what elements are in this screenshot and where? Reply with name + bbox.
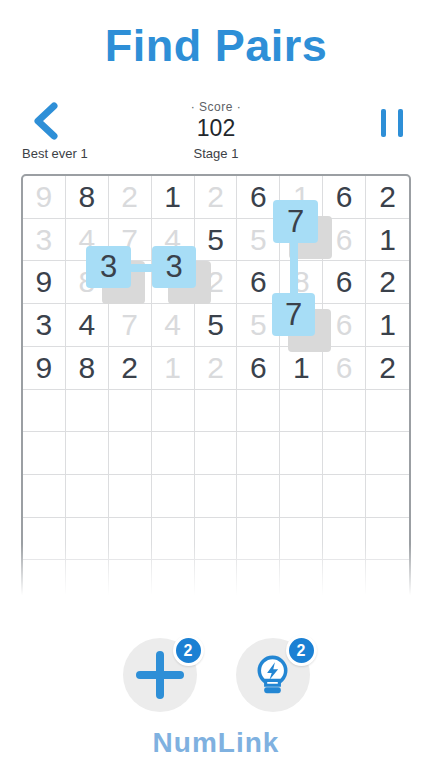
- cell-number: 4: [78, 310, 95, 340]
- cell-number: 5: [207, 225, 224, 255]
- cell-r9c5[interactable]: [195, 518, 238, 561]
- cell-r8c6[interactable]: [237, 475, 280, 518]
- selected-tile-r3c4[interactable]: 3: [152, 246, 196, 288]
- cell-number: 6: [336, 267, 353, 297]
- cell-r9c1[interactable]: [23, 518, 66, 561]
- cell-r8c3[interactable]: [109, 475, 152, 518]
- cell-r7c6[interactable]: [237, 432, 280, 475]
- stage-label: Stage 1: [0, 146, 432, 161]
- cell-r8c7[interactable]: [280, 475, 323, 518]
- cell-number: 2: [121, 182, 138, 212]
- cell-r9c6[interactable]: [237, 518, 280, 561]
- cell-r5c4[interactable]: 1: [152, 347, 195, 390]
- cell-r6c5[interactable]: [195, 390, 238, 433]
- cell-r9c3[interactable]: [109, 518, 152, 561]
- cell-number: 5: [207, 310, 224, 340]
- add-numbers-button[interactable]: 2: [123, 638, 197, 712]
- selected-tile-r3c3[interactable]: 3: [86, 246, 131, 288]
- score-label: · Score ·: [0, 100, 432, 114]
- cell-r10c7[interactable]: [280, 560, 323, 603]
- cell-number: 6: [250, 267, 267, 297]
- tile-number: 7: [285, 297, 302, 333]
- cell-r6c4[interactable]: [152, 390, 195, 433]
- app-screen: Find Pairs · Score · 102 Best ever 1 Sta…: [0, 0, 432, 768]
- cell-r6c8[interactable]: [323, 390, 366, 433]
- cell-r2c1[interactable]: 3: [23, 219, 66, 262]
- numlink-logo: NumLink: [0, 727, 432, 759]
- cell-r6c6[interactable]: [237, 390, 280, 433]
- cell-number: 2: [121, 353, 138, 383]
- cell-r5c7[interactable]: 1: [280, 347, 323, 390]
- cell-r7c8[interactable]: [323, 432, 366, 475]
- cell-r10c5[interactable]: [195, 560, 238, 603]
- cell-r9c9[interactable]: [366, 518, 409, 561]
- cell-r2c5[interactable]: 5: [195, 219, 238, 262]
- cell-number: 6: [336, 353, 353, 383]
- cell-r4c3[interactable]: 7: [109, 304, 152, 347]
- tile-number: 3: [100, 249, 117, 285]
- cell-number: 3: [36, 310, 53, 340]
- cell-r1c3[interactable]: 2: [109, 176, 152, 219]
- cell-r7c5[interactable]: [195, 432, 238, 475]
- cell-r6c2[interactable]: [66, 390, 109, 433]
- cell-r5c3[interactable]: 2: [109, 347, 152, 390]
- cell-r7c4[interactable]: [152, 432, 195, 475]
- cell-r5c2[interactable]: 8: [66, 347, 109, 390]
- cell-r1c2[interactable]: 8: [66, 176, 109, 219]
- cell-number: 6: [336, 310, 353, 340]
- cell-number: 6: [336, 182, 353, 212]
- cell-r3c9[interactable]: 2: [366, 261, 409, 304]
- cell-r5c5[interactable]: 2: [195, 347, 238, 390]
- cell-number: 9: [36, 353, 53, 383]
- cell-number: 2: [379, 267, 396, 297]
- score-value: 102: [0, 115, 432, 142]
- cell-r10c9[interactable]: [366, 560, 409, 603]
- pause-bar-icon: [381, 109, 386, 137]
- cell-r9c8[interactable]: [323, 518, 366, 561]
- cell-number: 7: [121, 310, 138, 340]
- cell-r8c5[interactable]: [195, 475, 238, 518]
- cell-number: 5: [250, 225, 267, 255]
- cell-r2c9[interactable]: 1: [366, 219, 409, 262]
- cell-r3c1[interactable]: 9: [23, 261, 66, 304]
- cell-r10c6[interactable]: [237, 560, 280, 603]
- cell-number: 1: [379, 310, 396, 340]
- cell-r3c8[interactable]: 6: [323, 261, 366, 304]
- cell-r5c6[interactable]: 6: [237, 347, 280, 390]
- hint-button[interactable]: 2: [236, 638, 310, 712]
- cell-r5c9[interactable]: 2: [366, 347, 409, 390]
- cell-number: 2: [207, 182, 224, 212]
- cell-r1c4[interactable]: 1: [152, 176, 195, 219]
- selected-tile-r4c7[interactable]: 7: [272, 293, 315, 336]
- cell-r1c8[interactable]: 6: [323, 176, 366, 219]
- cell-r7c2[interactable]: [66, 432, 109, 475]
- cell-r4c4[interactable]: 4: [152, 304, 195, 347]
- cell-r9c4[interactable]: [152, 518, 195, 561]
- cell-r5c8[interactable]: 6: [323, 347, 366, 390]
- cell-r6c1[interactable]: [23, 390, 66, 433]
- cell-number: 2: [379, 182, 396, 212]
- cell-r10c2[interactable]: [66, 560, 109, 603]
- cell-number: 9: [36, 182, 53, 212]
- cell-number: 6: [336, 225, 353, 255]
- cell-r8c8[interactable]: [323, 475, 366, 518]
- cell-r10c1[interactable]: [23, 560, 66, 603]
- cell-r10c8[interactable]: [323, 560, 366, 603]
- cell-r6c7[interactable]: [280, 390, 323, 433]
- cell-r8c2[interactable]: [66, 475, 109, 518]
- cell-r9c2[interactable]: [66, 518, 109, 561]
- cell-r6c3[interactable]: [109, 390, 152, 433]
- cell-r10c3[interactable]: [109, 560, 152, 603]
- cell-r7c3[interactable]: [109, 432, 152, 475]
- cell-r6c9[interactable]: [366, 390, 409, 433]
- cell-r4c5[interactable]: 5: [195, 304, 238, 347]
- cell-number: 1: [379, 225, 396, 255]
- hint-count-badge: 2: [286, 635, 317, 666]
- cell-r10c4[interactable]: [152, 560, 195, 603]
- score-display: · Score · 102: [0, 100, 432, 142]
- cell-number: 1: [164, 182, 181, 212]
- tile-number: 3: [165, 249, 182, 285]
- cell-number: 6: [250, 182, 267, 212]
- page-title: Find Pairs: [0, 20, 432, 72]
- cell-r1c5[interactable]: 2: [195, 176, 238, 219]
- board: 9821261623474556198268623474556198212616…: [21, 174, 411, 605]
- cell-r8c4[interactable]: [152, 475, 195, 518]
- cell-number: 4: [164, 310, 181, 340]
- cell-number: 6: [250, 353, 267, 383]
- cell-number: 8: [78, 182, 95, 212]
- top-bar: · Score · 102: [0, 100, 432, 146]
- cell-r8c1[interactable]: [23, 475, 66, 518]
- add-count-badge: 2: [173, 635, 204, 666]
- board-grid: 9821261623474556198268623474556198212616…: [21, 174, 411, 605]
- cell-r4c1[interactable]: 3: [23, 304, 66, 347]
- pause-bar-icon: [398, 109, 403, 137]
- cell-number: 1: [164, 353, 181, 383]
- pair-connector: [290, 240, 298, 297]
- pair-connector: [129, 264, 154, 272]
- cell-r7c7[interactable]: [280, 432, 323, 475]
- cell-number: 9: [36, 267, 53, 297]
- selected-tile-r2c7[interactable]: 7: [273, 200, 318, 243]
- cell-r7c1[interactable]: [23, 432, 66, 475]
- cell-number: 3: [36, 225, 53, 255]
- cell-r4c2[interactable]: 4: [66, 304, 109, 347]
- cell-number: 8: [78, 353, 95, 383]
- cell-r4c9[interactable]: 1: [366, 304, 409, 347]
- cell-r1c1[interactable]: 9: [23, 176, 66, 219]
- cell-r9c7[interactable]: [280, 518, 323, 561]
- powerup-bar: 2 2: [0, 638, 432, 712]
- cell-r1c9[interactable]: 2: [366, 176, 409, 219]
- cell-number: 5: [250, 310, 267, 340]
- cell-number: 2: [207, 353, 224, 383]
- cell-number: 2: [379, 353, 396, 383]
- cell-r8c9[interactable]: [366, 475, 409, 518]
- cell-r5c1[interactable]: 9: [23, 347, 66, 390]
- cell-r7c9[interactable]: [366, 432, 409, 475]
- cell-number: 1: [293, 353, 310, 383]
- info-bar: Best ever 1 Stage 1: [0, 146, 432, 164]
- pause-button[interactable]: [381, 109, 403, 139]
- tile-number: 7: [287, 204, 304, 240]
